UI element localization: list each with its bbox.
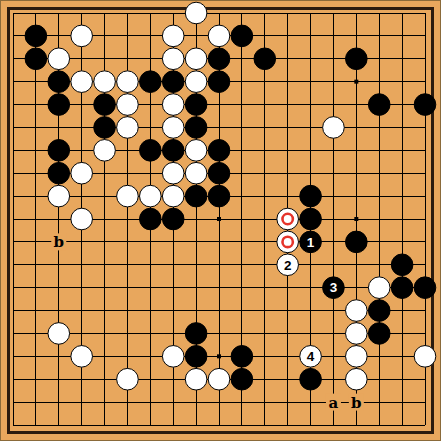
stone-black — [300, 208, 322, 230]
move-number-label: 3 — [330, 280, 338, 295]
stone-black — [185, 323, 207, 345]
stone-white — [185, 140, 207, 162]
stone-white — [162, 162, 184, 184]
stone-white — [71, 346, 93, 368]
stone-black — [300, 185, 322, 207]
stone-white — [162, 185, 184, 207]
stone-white — [117, 368, 139, 390]
stone-black — [25, 48, 47, 70]
stone-white — [117, 71, 139, 93]
marked-stone-circle-icon — [282, 214, 292, 224]
stone-black — [48, 162, 70, 184]
stone-black — [185, 117, 207, 139]
stone-white — [185, 368, 207, 390]
stone-black — [208, 140, 230, 162]
stone-black — [231, 346, 253, 368]
stone-black — [48, 94, 70, 116]
stone-white — [323, 117, 345, 139]
stone-black — [231, 368, 253, 390]
stone-white — [346, 368, 368, 390]
stone-black — [94, 94, 116, 116]
stone-white — [185, 2, 207, 24]
stone-white — [117, 94, 139, 116]
stone-white — [71, 162, 93, 184]
stone-black — [185, 346, 207, 368]
stone-white — [117, 185, 139, 207]
stone-black — [346, 48, 368, 70]
hoshi-point — [354, 217, 358, 221]
marked-stone-circle-icon — [282, 237, 292, 247]
stone-white — [162, 117, 184, 139]
stone-white — [48, 48, 70, 70]
stone-black — [368, 300, 390, 322]
stone-white — [117, 117, 139, 139]
stone-white — [185, 71, 207, 93]
stone-black — [208, 48, 230, 70]
stone-black — [25, 25, 47, 47]
go-board-surface[interactable]: 1234bab — [0, 0, 441, 441]
letter-point-label: b — [54, 233, 65, 251]
stone-black — [48, 140, 70, 162]
move-number-label: 4 — [307, 349, 315, 364]
stone-white — [185, 48, 207, 70]
stone-white — [94, 140, 116, 162]
stone-white — [414, 346, 436, 368]
stone-white — [208, 25, 230, 47]
stone-white — [94, 71, 116, 93]
stone-white — [162, 25, 184, 47]
move-number-label: 2 — [284, 258, 292, 273]
stone-black — [231, 25, 253, 47]
hoshi-point — [354, 80, 358, 84]
stone-black — [185, 94, 207, 116]
stone-white — [162, 48, 184, 70]
stone-black — [162, 71, 184, 93]
go-board-diagram: 1234bab — [0, 0, 441, 441]
stone-white — [368, 277, 390, 299]
stone-white — [208, 368, 230, 390]
stone-white — [346, 323, 368, 345]
stone-black — [368, 323, 390, 345]
stone-black — [254, 48, 276, 70]
stone-white — [346, 346, 368, 368]
move-number-label: 1 — [307, 235, 315, 250]
stone-black — [140, 71, 162, 93]
stone-black — [140, 208, 162, 230]
stone-black — [48, 71, 70, 93]
stone-black — [391, 254, 413, 276]
stone-black — [185, 185, 207, 207]
stone-black — [368, 94, 390, 116]
stone-black — [391, 277, 413, 299]
hoshi-point — [217, 354, 221, 358]
stone-black — [208, 71, 230, 93]
stone-black — [346, 231, 368, 253]
stone-black — [140, 140, 162, 162]
stone-black — [162, 140, 184, 162]
stone-black — [300, 368, 322, 390]
stone-white — [71, 208, 93, 230]
stone-black — [208, 162, 230, 184]
stone-black — [414, 94, 436, 116]
stone-white — [162, 94, 184, 116]
hoshi-point — [217, 217, 221, 221]
stone-white — [48, 185, 70, 207]
letter-point-label: a — [329, 394, 339, 412]
stone-black — [94, 117, 116, 139]
letter-point-label: b — [351, 394, 362, 412]
stone-white — [71, 71, 93, 93]
stone-white — [140, 185, 162, 207]
stone-white — [48, 323, 70, 345]
stone-white — [185, 162, 207, 184]
stone-black — [208, 185, 230, 207]
stone-white — [162, 346, 184, 368]
stone-white — [71, 25, 93, 47]
stone-black — [414, 277, 436, 299]
stone-white — [346, 300, 368, 322]
stone-black — [162, 208, 184, 230]
